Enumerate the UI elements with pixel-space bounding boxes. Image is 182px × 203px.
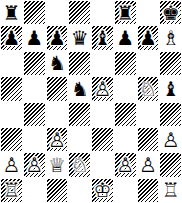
square-f7[interactable]: ♟ [114, 25, 137, 50]
piece-black-pawn[interactable]: ♟ [116, 28, 134, 48]
square-d6[interactable] [68, 51, 91, 76]
square-e1[interactable]: ♔ [91, 178, 114, 203]
square-c6[interactable]: ♞ [46, 51, 69, 76]
square-f8[interactable]: ♜ [114, 0, 137, 25]
piece-white-knight[interactable]: ♘ [139, 79, 157, 99]
square-g6[interactable] [137, 51, 160, 76]
piece-black-bishop[interactable]: ♝ [162, 79, 180, 99]
square-b5[interactable] [23, 76, 46, 101]
chess-board: ♜♜♚♟♟♟♛♝♟♟♗♞♞♙♘♝♙♙♙♙♕♘♙♙♖♔♖ [0, 0, 182, 203]
piece-white-pawn[interactable]: ♙ [116, 155, 134, 175]
square-c8[interactable] [46, 0, 69, 25]
square-e4[interactable] [91, 102, 114, 127]
piece-white-rook[interactable]: ♖ [2, 180, 20, 200]
square-f5[interactable] [114, 76, 137, 101]
square-b8[interactable] [23, 0, 46, 25]
square-a2[interactable]: ♙ [0, 152, 23, 177]
square-h2[interactable] [159, 152, 182, 177]
piece-white-pawn[interactable]: ♙ [25, 155, 43, 175]
square-g7[interactable]: ♟ [137, 25, 160, 50]
square-e2[interactable] [91, 152, 114, 177]
square-f6[interactable] [114, 51, 137, 76]
square-f3[interactable] [114, 127, 137, 152]
chess-diagram: ♜♜♚♟♟♟♛♝♟♟♗♞♞♙♘♝♙♙♙♙♕♘♙♙♖♔♖ [0, 0, 182, 203]
piece-black-pawn[interactable]: ♟ [139, 28, 157, 48]
square-e6[interactable] [91, 51, 114, 76]
square-b2[interactable]: ♙ [23, 152, 46, 177]
square-a5[interactable] [0, 76, 23, 101]
square-g2[interactable]: ♙ [137, 152, 160, 177]
square-e8[interactable] [91, 0, 114, 25]
square-d1[interactable] [68, 178, 91, 203]
square-h8[interactable]: ♚ [159, 0, 182, 25]
square-d3[interactable] [68, 127, 91, 152]
square-d2[interactable]: ♘ [68, 152, 91, 177]
square-h7[interactable]: ♗ [159, 25, 182, 50]
piece-black-king[interactable]: ♚ [162, 3, 180, 23]
square-h6[interactable] [159, 51, 182, 76]
piece-white-queen[interactable]: ♕ [48, 155, 66, 175]
piece-white-pawn[interactable]: ♙ [2, 155, 20, 175]
square-f2[interactable]: ♙ [114, 152, 137, 177]
square-a4[interactable] [0, 102, 23, 127]
square-b4[interactable] [23, 102, 46, 127]
square-g4[interactable] [137, 102, 160, 127]
square-b7[interactable]: ♟ [23, 25, 46, 50]
square-c3[interactable]: ♙ [46, 127, 69, 152]
piece-black-rook[interactable]: ♜ [2, 3, 20, 23]
square-g8[interactable] [137, 0, 160, 25]
square-b3[interactable] [23, 127, 46, 152]
piece-white-pawn[interactable]: ♙ [93, 79, 111, 99]
square-d4[interactable] [68, 102, 91, 127]
square-d5[interactable]: ♞ [68, 76, 91, 101]
square-h1[interactable]: ♖ [159, 178, 182, 203]
square-a1[interactable]: ♖ [0, 178, 23, 203]
piece-black-knight[interactable]: ♞ [48, 53, 66, 73]
piece-black-pawn[interactable]: ♟ [2, 28, 20, 48]
piece-white-knight[interactable]: ♘ [71, 155, 89, 175]
square-h3[interactable]: ♙ [159, 127, 182, 152]
square-e7[interactable]: ♝ [91, 25, 114, 50]
square-a3[interactable] [0, 127, 23, 152]
square-d7[interactable]: ♛ [68, 25, 91, 50]
piece-white-pawn[interactable]: ♙ [139, 155, 157, 175]
piece-black-pawn[interactable]: ♟ [48, 28, 66, 48]
square-g1[interactable] [137, 178, 160, 203]
square-a7[interactable]: ♟ [0, 25, 23, 50]
piece-black-pawn[interactable]: ♟ [25, 28, 43, 48]
square-c4[interactable] [46, 102, 69, 127]
piece-white-bishop[interactable]: ♗ [162, 28, 180, 48]
square-b6[interactable] [23, 51, 46, 76]
square-e5[interactable]: ♙ [91, 76, 114, 101]
piece-white-pawn[interactable]: ♙ [48, 130, 66, 150]
piece-black-queen[interactable]: ♛ [71, 28, 89, 48]
square-c2[interactable]: ♕ [46, 152, 69, 177]
piece-white-king[interactable]: ♔ [93, 180, 111, 200]
square-c5[interactable] [46, 76, 69, 101]
square-f4[interactable] [114, 102, 137, 127]
piece-black-knight[interactable]: ♞ [71, 79, 89, 99]
piece-black-bishop[interactable]: ♝ [93, 28, 111, 48]
square-h4[interactable] [159, 102, 182, 127]
square-c7[interactable]: ♟ [46, 25, 69, 50]
piece-white-pawn[interactable]: ♙ [162, 130, 180, 150]
square-a6[interactable] [0, 51, 23, 76]
square-d8[interactable] [68, 0, 91, 25]
square-h5[interactable]: ♝ [159, 76, 182, 101]
square-b1[interactable] [23, 178, 46, 203]
square-g5[interactable]: ♘ [137, 76, 160, 101]
piece-black-rook[interactable]: ♜ [116, 3, 134, 23]
square-g3[interactable] [137, 127, 160, 152]
square-e3[interactable] [91, 127, 114, 152]
square-f1[interactable] [114, 178, 137, 203]
square-c1[interactable] [46, 178, 69, 203]
square-a8[interactable]: ♜ [0, 0, 23, 25]
piece-white-rook[interactable]: ♖ [162, 180, 180, 200]
